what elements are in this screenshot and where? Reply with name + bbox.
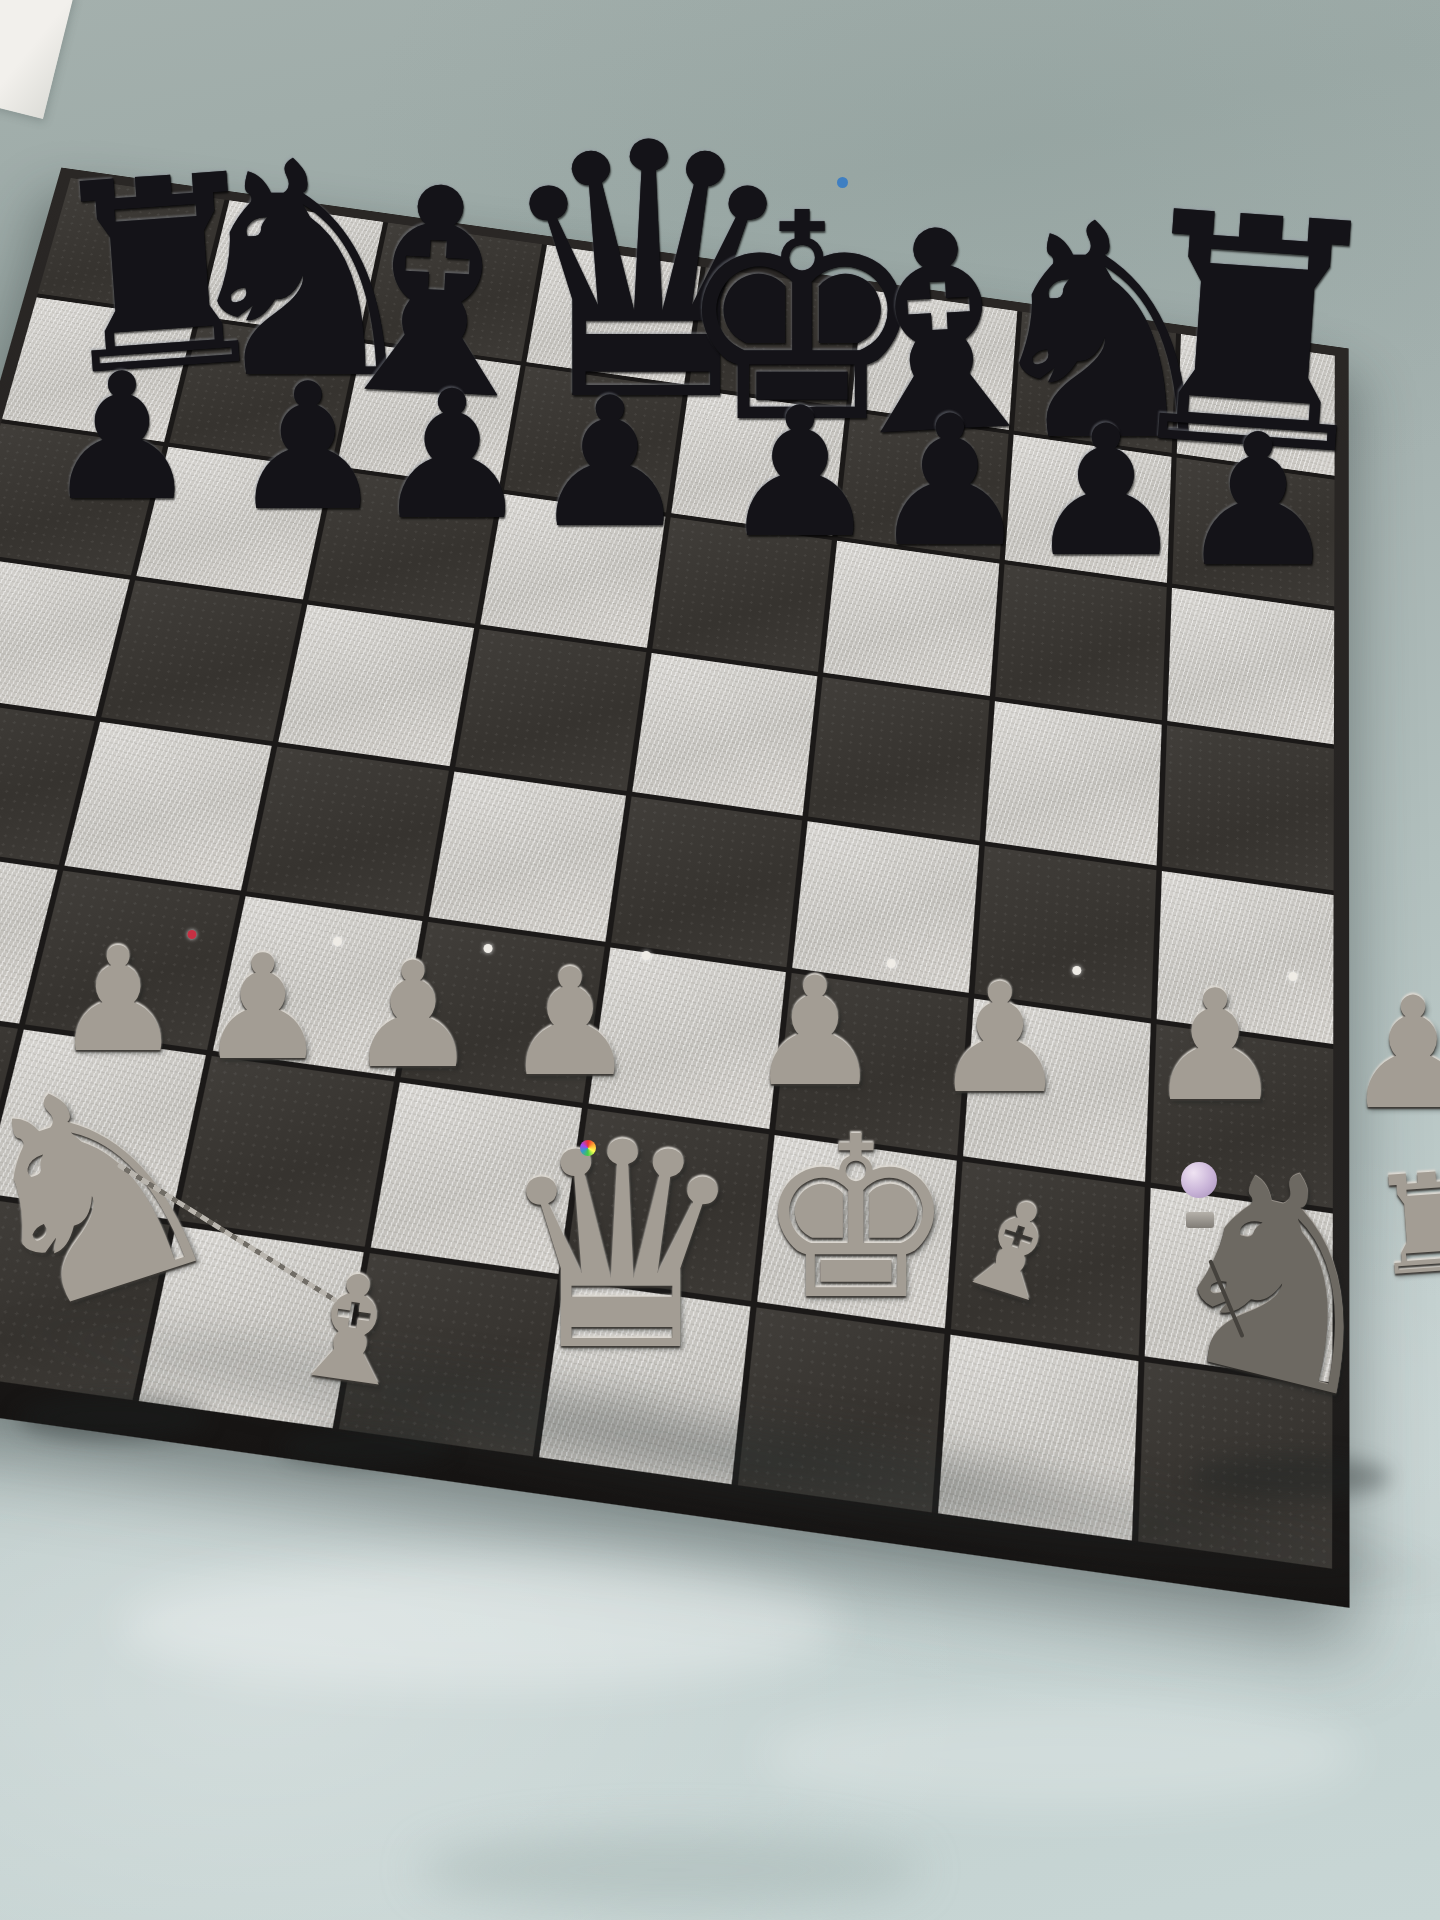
pawn-glyph: ♟	[1176, 410, 1339, 592]
blue-speck	[837, 177, 848, 188]
pawn-glyph: ♟	[1025, 402, 1186, 582]
staff-crystal-tip	[641, 951, 650, 960]
pawn-glyph: ♟	[348, 942, 479, 1088]
white-bishop-c1[interactable]: ♝	[277, 1248, 427, 1411]
black-pawn-b7[interactable]: ♟	[230, 360, 387, 535]
square-h6[interactable]	[1167, 588, 1334, 744]
black-pawn-g7[interactable]: ♟	[1025, 402, 1186, 582]
rook-glyph: ♜	[1364, 1152, 1440, 1296]
pawn-glyph: ♟	[720, 384, 880, 563]
pawn-glyph: ♟	[230, 360, 387, 535]
black-pawn-e7[interactable]: ♟	[720, 384, 880, 563]
square-c5[interactable]	[278, 604, 474, 765]
pawn-glyph: ♟	[44, 350, 201, 525]
queen-glyph: ♛	[495, 1106, 750, 1390]
glass-reflection-streak	[760, 1700, 1360, 1810]
pawn-glyph: ♟	[1344, 977, 1440, 1131]
white-pawn-b2[interactable]: ♟	[198, 935, 328, 1080]
pawn-glyph: ♟	[198, 935, 328, 1080]
black-pawn-h7[interactable]: ♟	[1176, 410, 1339, 592]
pawn-glyph: ♟	[504, 949, 637, 1097]
piece-contact-shadow	[18, 1395, 208, 1441]
photo-of-chess-set: ♜♞♝♛♚♝♞♜♟♟♟♟♟♟♟♟♟♟♟♟♟♟♟♟♞♝♛♚♝♞♜	[0, 0, 1440, 1920]
glass-reflection-streak	[120, 1560, 840, 1690]
orb-pedestal	[1186, 1212, 1214, 1228]
white-rook-h1[interactable]: ♜	[1364, 1152, 1440, 1296]
square-b5[interactable]	[101, 580, 302, 741]
square-d5[interactable]	[455, 628, 646, 790]
square-f5[interactable]	[809, 677, 990, 840]
square-b4[interactable]	[64, 721, 271, 891]
white-queen-d1[interactable]: ♛	[495, 1106, 750, 1390]
black-pawn-c7[interactable]: ♟	[373, 368, 532, 545]
staff-crystal-tip	[333, 937, 342, 946]
white-pawn-d2[interactable]: ♟	[504, 949, 637, 1097]
square-c4[interactable]	[246, 746, 448, 916]
square-e5[interactable]	[632, 653, 818, 816]
staff-crystal-tip	[483, 944, 492, 953]
bishop-glyph: ♝	[277, 1248, 427, 1411]
black-pawn-a7[interactable]: ♟	[44, 350, 201, 525]
square-e4[interactable]	[610, 796, 802, 968]
square-g5[interactable]	[985, 701, 1161, 865]
square-d4[interactable]	[428, 771, 625, 942]
black-pawn-d7[interactable]: ♟	[530, 374, 690, 553]
black-pawn-f7[interactable]: ♟	[869, 392, 1030, 572]
paper-corner	[0, 0, 74, 119]
white-pawn-c2[interactable]: ♟	[348, 942, 479, 1088]
white-pawn-e2[interactable]: ♟	[748, 957, 882, 1107]
pawn-glyph: ♟	[748, 957, 882, 1107]
rainbow-crystal	[580, 1140, 596, 1156]
pawn-glyph: ♟	[373, 368, 532, 545]
glass-reflection-streak	[420, 1830, 920, 1910]
king-glyph: ♚	[756, 1108, 956, 1331]
pawn-glyph: ♟	[530, 374, 690, 553]
white-king-e1[interactable]: ♚	[756, 1108, 956, 1331]
square-h5[interactable]	[1162, 725, 1334, 890]
piece-contact-shadow	[280, 1430, 450, 1466]
pawn-glyph: ♟	[869, 392, 1030, 572]
lavender-orb	[1181, 1162, 1217, 1198]
white-pawn-h2[interactable]: ♟	[1344, 977, 1440, 1131]
